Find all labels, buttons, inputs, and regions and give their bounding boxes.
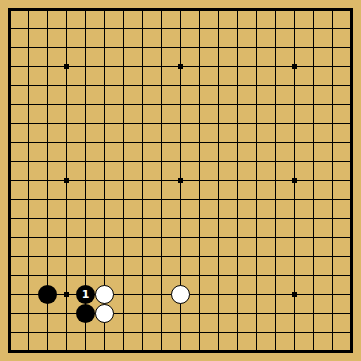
stone-black-e3[interactable] (76, 304, 95, 323)
stone-black-c4[interactable] (38, 285, 57, 304)
stone-white-k4[interactable] (171, 285, 190, 304)
move-number-label: 1 (82, 289, 90, 300)
stone-white-f3[interactable] (95, 304, 114, 323)
go-board[interactable]: 1 (0, 0, 361, 361)
stone-grid[interactable]: 1 (0, 0, 361, 361)
stone-white-f4[interactable] (95, 285, 114, 304)
stone-black-e4[interactable]: 1 (76, 285, 95, 304)
